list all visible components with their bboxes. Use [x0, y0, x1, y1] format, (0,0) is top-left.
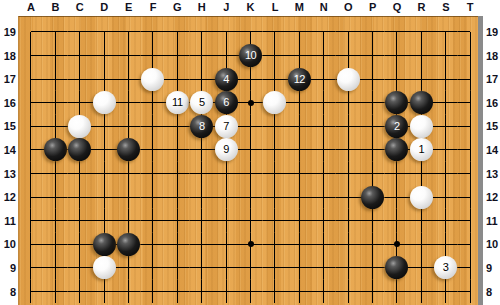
intersection-N16[interactable] — [311, 91, 335, 115]
white-stone-H16: 5 — [190, 91, 213, 114]
intersection-E15[interactable] — [116, 115, 140, 139]
intersection-Q12[interactable] — [385, 185, 409, 209]
intersection-E9[interactable] — [116, 256, 140, 280]
intersection-N12[interactable] — [311, 185, 335, 209]
intersection-M10[interactable] — [287, 233, 311, 257]
intersection-G18[interactable] — [165, 44, 189, 68]
intersection-P14[interactable] — [360, 138, 384, 162]
intersection-H10[interactable] — [190, 233, 214, 257]
intersection-O18[interactable] — [336, 44, 360, 68]
intersection-M13[interactable] — [287, 162, 311, 186]
intersection-B8[interactable] — [43, 280, 67, 304]
intersection-N10[interactable] — [311, 233, 335, 257]
intersection-M15[interactable] — [287, 115, 311, 139]
intersection-J8[interactable] — [214, 280, 238, 304]
intersection-T18[interactable] — [458, 44, 482, 68]
intersection-J11[interactable] — [214, 209, 238, 233]
intersection-D18[interactable] — [92, 44, 116, 68]
intersection-B17[interactable] — [43, 67, 67, 91]
intersection-P17[interactable] — [360, 67, 384, 91]
intersection-G16[interactable]: 11 — [165, 91, 189, 115]
col-label-A: A — [23, 0, 39, 14]
intersection-R16[interactable] — [409, 91, 433, 115]
intersection-B13[interactable] — [43, 162, 67, 186]
intersection-N8[interactable] — [311, 280, 335, 304]
intersection-F12[interactable] — [141, 185, 165, 209]
intersection-K10[interactable] — [238, 233, 262, 257]
col-label-P: P — [365, 0, 381, 14]
intersection-A12[interactable] — [19, 185, 43, 209]
move-number: 4 — [223, 74, 229, 85]
row-label-right-11: 11 — [486, 214, 500, 228]
intersection-T14[interactable] — [458, 138, 482, 162]
intersection-R17[interactable] — [409, 67, 433, 91]
intersection-C16[interactable] — [68, 91, 92, 115]
intersection-G9[interactable] — [165, 256, 189, 280]
intersection-K19[interactable] — [238, 20, 262, 44]
intersection-N15[interactable] — [311, 115, 335, 139]
intersection-P16[interactable] — [360, 91, 384, 115]
intersection-G13[interactable] — [165, 162, 189, 186]
row-label-left-9: 9 — [1, 261, 16, 275]
move-number: 8 — [199, 121, 205, 132]
black-stone-Q14 — [385, 138, 408, 161]
intersection-S8[interactable] — [433, 280, 457, 304]
intersection-H14[interactable] — [190, 138, 214, 162]
intersection-Q16[interactable] — [385, 91, 409, 115]
intersection-P11[interactable] — [360, 209, 384, 233]
intersection-J16[interactable]: 6 — [214, 91, 238, 115]
intersection-R19[interactable] — [409, 20, 433, 44]
intersection-K9[interactable] — [238, 256, 262, 280]
go-diagram: 104121156872913 ABCDEFGHJKLMNOPQRST 1918… — [0, 0, 500, 305]
intersection-B19[interactable] — [43, 20, 67, 44]
intersection-L10[interactable] — [263, 233, 287, 257]
intersection-K18[interactable]: 10 — [238, 44, 262, 68]
intersection-Q8[interactable] — [385, 280, 409, 304]
intersection-A13[interactable] — [19, 162, 43, 186]
col-label-K: K — [243, 0, 259, 14]
row-label-right-19: 19 — [486, 25, 500, 39]
white-stone-R15 — [410, 115, 433, 138]
intersection-D10[interactable] — [92, 233, 116, 257]
intersection-R18[interactable] — [409, 44, 433, 68]
intersection-M19[interactable] — [287, 20, 311, 44]
intersection-O9[interactable] — [336, 256, 360, 280]
col-label-H: H — [194, 0, 210, 14]
col-label-R: R — [413, 0, 429, 14]
row-label-left-19: 19 — [1, 25, 16, 39]
black-stone-J17: 4 — [215, 68, 238, 91]
intersection-K15[interactable] — [238, 115, 262, 139]
intersection-F13[interactable] — [141, 162, 165, 186]
black-stone-H15: 8 — [190, 115, 213, 138]
move-number: 2 — [394, 121, 400, 132]
white-stone-D9 — [93, 256, 116, 279]
row-label-right-13: 13 — [486, 167, 500, 181]
intersection-H19[interactable] — [190, 20, 214, 44]
intersection-H18[interactable] — [190, 44, 214, 68]
intersection-F18[interactable] — [141, 44, 165, 68]
intersection-P8[interactable] — [360, 280, 384, 304]
white-stone-R12 — [410, 186, 433, 209]
intersection-H12[interactable] — [190, 185, 214, 209]
intersection-S11[interactable] — [433, 209, 457, 233]
intersection-N9[interactable] — [311, 256, 335, 280]
intersection-C11[interactable] — [68, 209, 92, 233]
intersection-O11[interactable] — [336, 209, 360, 233]
intersection-M9[interactable] — [287, 256, 311, 280]
intersection-F14[interactable] — [141, 138, 165, 162]
intersection-E11[interactable] — [116, 209, 140, 233]
intersection-M12[interactable] — [287, 185, 311, 209]
intersection-D16[interactable] — [92, 91, 116, 115]
intersection-T11[interactable] — [458, 209, 482, 233]
intersection-D13[interactable] — [92, 162, 116, 186]
row-label-right-12: 12 — [486, 190, 500, 204]
intersection-Q19[interactable] — [385, 20, 409, 44]
intersection-K14[interactable] — [238, 138, 262, 162]
intersection-G17[interactable] — [165, 67, 189, 91]
intersection-T15[interactable] — [458, 115, 482, 139]
intersection-M17[interactable]: 12 — [287, 67, 311, 91]
intersection-P9[interactable] — [360, 256, 384, 280]
intersection-J14[interactable]: 9 — [214, 138, 238, 162]
intersection-A9[interactable] — [19, 256, 43, 280]
intersection-O16[interactable] — [336, 91, 360, 115]
intersection-C18[interactable] — [68, 44, 92, 68]
intersection-A17[interactable] — [19, 67, 43, 91]
intersection-A14[interactable] — [19, 138, 43, 162]
intersection-A16[interactable] — [19, 91, 43, 115]
col-label-G: G — [169, 0, 185, 14]
intersection-J19[interactable] — [214, 20, 238, 44]
intersection-R9[interactable] — [409, 256, 433, 280]
intersection-F8[interactable] — [141, 280, 165, 304]
intersection-C17[interactable] — [68, 67, 92, 91]
intersection-Q15[interactable]: 2 — [385, 115, 409, 139]
intersection-D15[interactable] — [92, 115, 116, 139]
intersection-Q14[interactable] — [385, 138, 409, 162]
white-stone-O17 — [337, 68, 360, 91]
intersection-L8[interactable] — [263, 280, 287, 304]
black-stone-Q15: 2 — [385, 115, 408, 138]
white-stone-S9: 3 — [434, 256, 457, 279]
intersection-P12[interactable] — [360, 185, 384, 209]
intersection-L17[interactable] — [263, 67, 287, 91]
intersection-S16[interactable] — [433, 91, 457, 115]
col-label-S: S — [438, 0, 454, 14]
intersection-T19[interactable] — [458, 20, 482, 44]
intersection-M16[interactable] — [287, 91, 311, 115]
intersection-O15[interactable] — [336, 115, 360, 139]
intersection-Q18[interactable] — [385, 44, 409, 68]
move-number: 10 — [245, 50, 256, 61]
intersection-Q11[interactable] — [385, 209, 409, 233]
intersection-J13[interactable] — [214, 162, 238, 186]
intersection-N18[interactable] — [311, 44, 335, 68]
intersection-K12[interactable] — [238, 185, 262, 209]
intersection-S12[interactable] — [433, 185, 457, 209]
black-stone-M17: 12 — [288, 68, 311, 91]
intersection-E12[interactable] — [116, 185, 140, 209]
row-label-right-8: 8 — [486, 285, 500, 299]
intersection-R13[interactable] — [409, 162, 433, 186]
col-label-F: F — [145, 0, 161, 14]
intersection-L9[interactable] — [263, 256, 287, 280]
intersection-E14[interactable] — [116, 138, 140, 162]
row-label-left-8: 8 — [1, 285, 16, 299]
intersection-R8[interactable] — [409, 280, 433, 304]
col-label-T: T — [462, 0, 478, 14]
intersection-O13[interactable] — [336, 162, 360, 186]
intersection-C9[interactable] — [68, 256, 92, 280]
intersection-J9[interactable] — [214, 256, 238, 280]
intersection-S10[interactable] — [433, 233, 457, 257]
intersection-P18[interactable] — [360, 44, 384, 68]
intersection-F16[interactable] — [141, 91, 165, 115]
intersection-F19[interactable] — [141, 20, 165, 44]
intersection-B10[interactable] — [43, 233, 67, 257]
intersection-E17[interactable] — [116, 67, 140, 91]
intersection-P15[interactable] — [360, 115, 384, 139]
intersection-S19[interactable] — [433, 20, 457, 44]
intersection-A19[interactable] — [19, 20, 43, 44]
intersection-D14[interactable] — [92, 138, 116, 162]
black-stone-Q16 — [385, 91, 408, 114]
intersection-T17[interactable] — [458, 67, 482, 91]
intersection-M18[interactable] — [287, 44, 311, 68]
col-label-N: N — [316, 0, 332, 14]
intersection-D9[interactable] — [92, 256, 116, 280]
move-number: 12 — [294, 74, 305, 85]
row-label-right-9: 9 — [486, 261, 500, 275]
intersection-M8[interactable] — [287, 280, 311, 304]
white-stone-J14: 9 — [215, 138, 238, 161]
black-stone-E14 — [117, 138, 140, 161]
intersection-O10[interactable] — [336, 233, 360, 257]
intersection-H13[interactable] — [190, 162, 214, 186]
intersection-S9[interactable]: 3 — [433, 256, 457, 280]
intersection-P10[interactable] — [360, 233, 384, 257]
intersection-G8[interactable] — [165, 280, 189, 304]
intersection-L16[interactable] — [263, 91, 287, 115]
white-stone-G16: 11 — [166, 91, 189, 114]
col-label-C: C — [72, 0, 88, 14]
row-label-left-14: 14 — [1, 143, 16, 157]
goban-grid: 104121156872913 — [19, 20, 482, 303]
intersection-B16[interactable] — [43, 91, 67, 115]
intersection-N17[interactable] — [311, 67, 335, 91]
col-label-Q: Q — [389, 0, 405, 14]
intersection-O19[interactable] — [336, 20, 360, 44]
move-number: 1 — [418, 144, 424, 155]
intersection-H16[interactable]: 5 — [190, 91, 214, 115]
white-stone-J15: 7 — [215, 115, 238, 138]
white-stone-D16 — [93, 91, 116, 114]
intersection-C14[interactable] — [68, 138, 92, 162]
intersection-S14[interactable] — [433, 138, 457, 162]
intersection-T16[interactable] — [458, 91, 482, 115]
intersection-H9[interactable] — [190, 256, 214, 280]
intersection-S15[interactable] — [433, 115, 457, 139]
row-label-left-11: 11 — [1, 214, 16, 228]
move-number: 7 — [223, 121, 229, 132]
intersection-B14[interactable] — [43, 138, 67, 162]
intersection-C13[interactable] — [68, 162, 92, 186]
intersection-J15[interactable]: 7 — [214, 115, 238, 139]
intersection-E10[interactable] — [116, 233, 140, 257]
intersection-C8[interactable] — [68, 280, 92, 304]
intersection-K17[interactable] — [238, 67, 262, 91]
intersection-F17[interactable] — [141, 67, 165, 91]
row-label-right-15: 15 — [486, 119, 500, 133]
intersection-M14[interactable] — [287, 138, 311, 162]
intersection-A8[interactable] — [19, 280, 43, 304]
move-number: 3 — [443, 262, 449, 273]
move-number: 5 — [199, 97, 205, 108]
intersection-T8[interactable] — [458, 280, 482, 304]
intersection-G14[interactable] — [165, 138, 189, 162]
intersection-G15[interactable] — [165, 115, 189, 139]
intersection-D11[interactable] — [92, 209, 116, 233]
intersection-Q9[interactable] — [385, 256, 409, 280]
intersection-E13[interactable] — [116, 162, 140, 186]
intersection-T12[interactable] — [458, 185, 482, 209]
intersection-R15[interactable] — [409, 115, 433, 139]
intersection-K13[interactable] — [238, 162, 262, 186]
intersection-H15[interactable]: 8 — [190, 115, 214, 139]
white-stone-R14: 1 — [410, 138, 433, 161]
intersection-L18[interactable] — [263, 44, 287, 68]
intersection-L11[interactable] — [263, 209, 287, 233]
row-label-left-17: 17 — [1, 72, 16, 86]
intersection-J18[interactable] — [214, 44, 238, 68]
intersection-F9[interactable] — [141, 256, 165, 280]
intersection-A11[interactable] — [19, 209, 43, 233]
intersection-E8[interactable] — [116, 280, 140, 304]
intersection-K11[interactable] — [238, 209, 262, 233]
black-stone-R16 — [410, 91, 433, 114]
intersection-N11[interactable] — [311, 209, 335, 233]
intersection-D19[interactable] — [92, 20, 116, 44]
intersection-Q13[interactable] — [385, 162, 409, 186]
intersection-L15[interactable] — [263, 115, 287, 139]
row-label-right-17: 17 — [486, 72, 500, 86]
intersection-T13[interactable] — [458, 162, 482, 186]
intersection-D12[interactable] — [92, 185, 116, 209]
intersection-B12[interactable] — [43, 185, 67, 209]
intersection-P13[interactable] — [360, 162, 384, 186]
col-label-L: L — [267, 0, 283, 14]
intersection-K16[interactable] — [238, 91, 262, 115]
intersection-Q10[interactable] — [385, 233, 409, 257]
intersection-A10[interactable] — [19, 233, 43, 257]
intersection-G10[interactable] — [165, 233, 189, 257]
intersection-G11[interactable] — [165, 209, 189, 233]
col-label-O: O — [340, 0, 356, 14]
black-stone-P12 — [361, 186, 384, 209]
intersection-B9[interactable] — [43, 256, 67, 280]
intersection-H11[interactable] — [190, 209, 214, 233]
intersection-H8[interactable] — [190, 280, 214, 304]
intersection-G12[interactable] — [165, 185, 189, 209]
intersection-H17[interactable] — [190, 67, 214, 91]
intersection-N13[interactable] — [311, 162, 335, 186]
intersection-A15[interactable] — [19, 115, 43, 139]
intersection-R14[interactable]: 1 — [409, 138, 433, 162]
intersection-P19[interactable] — [360, 20, 384, 44]
intersection-M11[interactable] — [287, 209, 311, 233]
intersection-E19[interactable] — [116, 20, 140, 44]
intersection-S18[interactable] — [433, 44, 457, 68]
intersection-C12[interactable] — [68, 185, 92, 209]
intersection-K8[interactable] — [238, 280, 262, 304]
white-stone-L16 — [263, 91, 286, 114]
move-number: 9 — [223, 144, 229, 155]
white-stone-F17 — [141, 68, 164, 91]
intersection-S13[interactable] — [433, 162, 457, 186]
intersection-O17[interactable] — [336, 67, 360, 91]
intersection-D17[interactable] — [92, 67, 116, 91]
intersection-O8[interactable] — [336, 280, 360, 304]
black-stone-C14 — [68, 138, 91, 161]
intersection-J10[interactable] — [214, 233, 238, 257]
row-label-left-13: 13 — [1, 167, 16, 181]
intersection-J17[interactable]: 4 — [214, 67, 238, 91]
row-label-left-18: 18 — [1, 49, 16, 63]
intersection-T10[interactable] — [458, 233, 482, 257]
intersection-C19[interactable] — [68, 20, 92, 44]
intersection-R11[interactable] — [409, 209, 433, 233]
intersection-O14[interactable] — [336, 138, 360, 162]
intersection-S17[interactable] — [433, 67, 457, 91]
intersection-L13[interactable] — [263, 162, 287, 186]
intersection-C15[interactable] — [68, 115, 92, 139]
col-label-B: B — [47, 0, 63, 14]
col-label-D: D — [96, 0, 112, 14]
black-stone-Q9 — [385, 256, 408, 279]
intersection-G19[interactable] — [165, 20, 189, 44]
intersection-E18[interactable] — [116, 44, 140, 68]
intersection-T9[interactable] — [458, 256, 482, 280]
intersection-O12[interactable] — [336, 185, 360, 209]
intersection-F15[interactable] — [141, 115, 165, 139]
intersection-B11[interactable] — [43, 209, 67, 233]
col-label-M: M — [291, 0, 307, 14]
intersection-Q17[interactable] — [385, 67, 409, 91]
intersection-E16[interactable] — [116, 91, 140, 115]
intersection-A18[interactable] — [19, 44, 43, 68]
intersection-N14[interactable] — [311, 138, 335, 162]
move-number: 11 — [172, 97, 182, 108]
intersection-F11[interactable] — [141, 209, 165, 233]
intersection-J12[interactable] — [214, 185, 238, 209]
intersection-R12[interactable] — [409, 185, 433, 209]
intersection-L19[interactable] — [263, 20, 287, 44]
row-label-right-16: 16 — [486, 96, 500, 110]
intersection-L14[interactable] — [263, 138, 287, 162]
intersection-N19[interactable] — [311, 20, 335, 44]
intersection-C10[interactable] — [68, 233, 92, 257]
col-label-J: J — [218, 0, 234, 14]
intersection-F10[interactable] — [141, 233, 165, 257]
intersection-D8[interactable] — [92, 280, 116, 304]
intersection-L12[interactable] — [263, 185, 287, 209]
intersection-B15[interactable] — [43, 115, 67, 139]
intersection-R10[interactable] — [409, 233, 433, 257]
intersection-B18[interactable] — [43, 44, 67, 68]
